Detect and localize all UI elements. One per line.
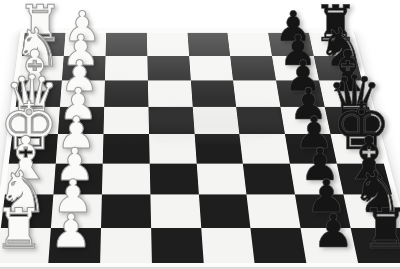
white-pawn: ♟ xyxy=(50,209,92,256)
white-rook: ♜ xyxy=(0,201,44,257)
black-pawn: ♟ xyxy=(312,209,354,256)
chess-set-photo: ♜♞♝♛♚♝♞♜♟♟♟♟♟♟♟♟♜♞♝♛♚♝♞♜♟♟♟♟♟♟♟♟ xyxy=(0,0,400,269)
pieces-layer: ♜♞♝♛♚♝♞♜♟♟♟♟♟♟♟♟♜♞♝♛♚♝♞♜♟♟♟♟♟♟♟♟ xyxy=(0,0,400,269)
black-rook: ♜ xyxy=(361,201,400,257)
